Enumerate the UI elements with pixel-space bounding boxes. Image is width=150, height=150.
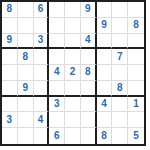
cell-r8c7[interactable] <box>97 112 113 128</box>
cell-r2c3[interactable] <box>34 18 50 34</box>
cell-r3c9[interactable] <box>128 34 144 50</box>
cell-r2c1[interactable] <box>2 18 18 34</box>
cell-r7c7[interactable]: 4 <box>97 97 113 113</box>
cell-r8c3[interactable]: 4 <box>34 112 50 128</box>
given-digit: 6 <box>38 4 44 14</box>
cell-r3c7[interactable] <box>97 34 113 50</box>
sudoku-board: 86998934874289834134685 <box>0 0 146 146</box>
given-digit: 4 <box>38 115 44 125</box>
cell-r2c9[interactable]: 8 <box>128 18 144 34</box>
cell-r2c4[interactable] <box>49 18 65 34</box>
cell-r3c8[interactable] <box>112 34 128 50</box>
cell-r5c6[interactable]: 8 <box>81 65 97 81</box>
cell-r2c5[interactable] <box>65 18 81 34</box>
cell-r1c9[interactable] <box>128 2 144 18</box>
cell-r6c5[interactable] <box>65 81 81 97</box>
cell-r1c7[interactable] <box>97 2 113 18</box>
given-digit: 3 <box>38 35 44 45</box>
given-digit: 8 <box>133 20 139 30</box>
given-digit: 9 <box>85 4 91 14</box>
given-digit: 8 <box>101 131 107 141</box>
cell-r7c6[interactable] <box>81 97 97 113</box>
cell-r6c8[interactable]: 8 <box>112 81 128 97</box>
cell-r5c1[interactable] <box>2 65 18 81</box>
cell-r3c2[interactable] <box>18 34 34 50</box>
given-digit: 9 <box>22 83 28 93</box>
cell-r5c9[interactable] <box>128 65 144 81</box>
given-digit: 9 <box>7 35 13 45</box>
cell-r8c5[interactable] <box>65 112 81 128</box>
cell-r4c6[interactable] <box>81 49 97 65</box>
cell-r4c1[interactable] <box>2 49 18 65</box>
cell-r1c4[interactable] <box>49 2 65 18</box>
cell-r6c9[interactable] <box>128 81 144 97</box>
cell-r7c1[interactable] <box>2 97 18 113</box>
cell-r3c3[interactable]: 3 <box>34 34 50 50</box>
cell-r1c6[interactable]: 9 <box>81 2 97 18</box>
given-digit: 3 <box>7 115 13 125</box>
given-digit: 6 <box>54 131 60 141</box>
cell-r6c4[interactable] <box>49 81 65 97</box>
cell-r2c2[interactable] <box>18 18 34 34</box>
cell-r5c3[interactable] <box>34 65 50 81</box>
cell-r9c7[interactable]: 8 <box>97 128 113 144</box>
cell-r4c4[interactable] <box>49 49 65 65</box>
cell-r8c6[interactable] <box>81 112 97 128</box>
cell-r6c3[interactable] <box>34 81 50 97</box>
cell-r6c6[interactable] <box>81 81 97 97</box>
cell-r8c2[interactable] <box>18 112 34 128</box>
given-digit: 8 <box>117 83 123 93</box>
cell-r6c1[interactable] <box>2 81 18 97</box>
cell-r4c3[interactable] <box>34 49 50 65</box>
cell-r4c5[interactable] <box>65 49 81 65</box>
cell-r8c1[interactable]: 3 <box>2 112 18 128</box>
cell-r9c9[interactable]: 5 <box>128 128 144 144</box>
given-digit: 4 <box>101 99 107 109</box>
cell-r8c9[interactable] <box>128 112 144 128</box>
given-digit: 8 <box>7 4 13 14</box>
given-digit: 4 <box>54 67 60 77</box>
cell-r5c5[interactable]: 2 <box>65 65 81 81</box>
cell-r4c9[interactable] <box>128 49 144 65</box>
cell-r6c7[interactable] <box>97 81 113 97</box>
given-digit: 2 <box>70 67 76 77</box>
given-digit: 7 <box>117 52 123 62</box>
given-digit: 9 <box>101 20 107 30</box>
cell-r1c8[interactable] <box>112 2 128 18</box>
cell-r7c5[interactable] <box>65 97 81 113</box>
cell-r1c1[interactable]: 8 <box>2 2 18 18</box>
cell-r7c9[interactable]: 1 <box>128 97 144 113</box>
cell-r4c7[interactable] <box>97 49 113 65</box>
cell-r1c3[interactable]: 6 <box>34 2 50 18</box>
cell-r5c8[interactable] <box>112 65 128 81</box>
cell-r4c2[interactable]: 8 <box>18 49 34 65</box>
cell-r9c4[interactable]: 6 <box>49 128 65 144</box>
cell-r9c3[interactable] <box>34 128 50 144</box>
cell-r7c3[interactable] <box>34 97 50 113</box>
given-digit: 5 <box>133 131 139 141</box>
cell-r7c8[interactable] <box>112 97 128 113</box>
cell-r7c4[interactable]: 3 <box>49 97 65 113</box>
cell-r9c1[interactable] <box>2 128 18 144</box>
cell-r9c6[interactable] <box>81 128 97 144</box>
cell-r2c7[interactable]: 9 <box>97 18 113 34</box>
given-digit: 8 <box>22 52 28 62</box>
cell-r3c5[interactable] <box>65 34 81 50</box>
given-digit: 8 <box>85 67 91 77</box>
given-digit: 4 <box>85 35 91 45</box>
cell-r3c1[interactable]: 9 <box>2 34 18 50</box>
given-digit: 1 <box>133 99 139 109</box>
cell-r5c7[interactable] <box>97 65 113 81</box>
cell-r3c4[interactable] <box>49 34 65 50</box>
cell-r9c5[interactable] <box>65 128 81 144</box>
cell-r9c2[interactable] <box>18 128 34 144</box>
cell-r1c5[interactable] <box>65 2 81 18</box>
given-digit: 3 <box>54 99 60 109</box>
cell-r6c2[interactable]: 9 <box>18 81 34 97</box>
cell-r5c2[interactable] <box>18 65 34 81</box>
cell-r9c8[interactable] <box>112 128 128 144</box>
cell-r2c6[interactable] <box>81 18 97 34</box>
cell-r4c8[interactable]: 7 <box>112 49 128 65</box>
cell-r1c2[interactable] <box>18 2 34 18</box>
cell-r8c8[interactable] <box>112 112 128 128</box>
cell-r3c6[interactable]: 4 <box>81 34 97 50</box>
cell-r5c4[interactable]: 4 <box>49 65 65 81</box>
cell-r7c2[interactable] <box>18 97 34 113</box>
cell-r2c8[interactable] <box>112 18 128 34</box>
cell-r8c4[interactable] <box>49 112 65 128</box>
